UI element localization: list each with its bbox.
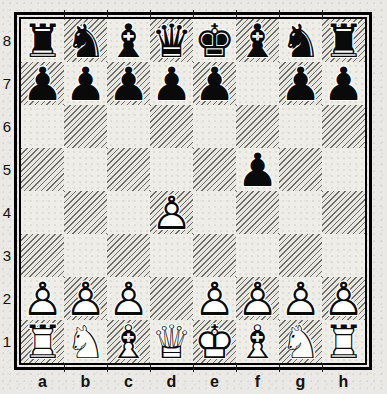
- square-c6: [107, 105, 150, 148]
- square-d3: [150, 234, 193, 277]
- square-e5: [193, 148, 236, 191]
- square-c5: [107, 148, 150, 191]
- square-e3: [193, 234, 236, 277]
- white-pawn: ♟♙: [107, 277, 150, 320]
- square-g4: [279, 191, 322, 234]
- square-f5: ♟♟: [236, 148, 279, 191]
- white-pawn: ♟♙: [236, 277, 279, 320]
- border-tick: [193, 10, 194, 19]
- square-a1: ♜♖: [21, 320, 64, 363]
- piece-glyph: ♛: [150, 19, 193, 62]
- square-d5: [150, 148, 193, 191]
- square-a6: [21, 105, 64, 148]
- piece-glyph: ♙: [64, 277, 107, 320]
- piece-glyph: ♜: [21, 19, 64, 62]
- square-b6: [64, 105, 107, 148]
- black-pawn: ♟♟: [150, 62, 193, 105]
- white-queen: ♛♕: [150, 320, 193, 363]
- square-h8: ♜♜: [322, 19, 365, 62]
- square-b1: ♞♘: [64, 320, 107, 363]
- border-tick: [107, 10, 108, 19]
- file-label-h: h: [322, 371, 365, 393]
- square-e8: ♚♚: [193, 19, 236, 62]
- border-tick: [236, 10, 237, 19]
- square-d1: ♛♕: [150, 320, 193, 363]
- square-g1: ♞♘: [279, 320, 322, 363]
- white-pawn: ♟♙: [21, 277, 64, 320]
- piece-glyph: ♚: [193, 19, 236, 62]
- black-knight: ♞♞: [64, 19, 107, 62]
- black-knight: ♞♞: [279, 19, 322, 62]
- rank-label-5: 5: [0, 148, 14, 191]
- square-g6: [279, 105, 322, 148]
- white-pawn: ♟♙: [64, 277, 107, 320]
- piece-glyph: ♘: [64, 320, 107, 363]
- square-d6: [150, 105, 193, 148]
- square-b4: [64, 191, 107, 234]
- rank-label-8: 8: [0, 19, 14, 62]
- square-a7: ♟♟: [21, 62, 64, 105]
- square-g5: [279, 148, 322, 191]
- white-bishop: ♝♗: [236, 320, 279, 363]
- black-rook: ♜♜: [21, 19, 64, 62]
- black-bishop: ♝♝: [107, 19, 150, 62]
- white-pawn: ♟♙: [193, 277, 236, 320]
- file-label-d: d: [150, 371, 193, 393]
- piece-glyph: ♙: [107, 277, 150, 320]
- piece-glyph: ♘: [279, 320, 322, 363]
- black-pawn: ♟♟: [21, 62, 64, 105]
- piece-glyph: ♕: [150, 320, 193, 363]
- square-g7: ♟♟: [279, 62, 322, 105]
- border-tick: [279, 10, 280, 19]
- piece-glyph: ♖: [322, 320, 365, 363]
- square-c4: [107, 191, 150, 234]
- board-grid: ♜♜♞♞♝♝♛♛♚♚♝♝♞♞♜♜♟♟♟♟♟♟♟♟♟♟♟♟♟♟♟♟♟♙♟♙♟♙♟♙…: [21, 19, 365, 363]
- white-pawn: ♟♙: [279, 277, 322, 320]
- square-c7: ♟♟: [107, 62, 150, 105]
- border-tick: [64, 10, 65, 19]
- chess-board: ♜♜♞♞♝♝♛♛♚♚♝♝♞♞♜♜♟♟♟♟♟♟♟♟♟♟♟♟♟♟♟♟♟♙♟♙♟♙♟♙…: [19, 17, 367, 365]
- rank-label-2: 2: [0, 277, 14, 320]
- file-label-c: c: [107, 371, 150, 393]
- piece-glyph: ♟: [150, 62, 193, 105]
- square-f8: ♝♝: [236, 19, 279, 62]
- file-label-b: b: [64, 371, 107, 393]
- file-label-a: a: [21, 371, 64, 393]
- square-h1: ♜♖: [322, 320, 365, 363]
- white-pawn: ♟♙: [150, 191, 193, 234]
- piece-glyph: ♟: [193, 62, 236, 105]
- square-d7: ♟♟: [150, 62, 193, 105]
- black-pawn: ♟♟: [107, 62, 150, 105]
- square-g2: ♟♙: [279, 277, 322, 320]
- square-a5: [21, 148, 64, 191]
- square-f2: ♟♙: [236, 277, 279, 320]
- square-h3: [322, 234, 365, 277]
- piece-glyph: ♙: [279, 277, 322, 320]
- white-king: ♚♔: [193, 320, 236, 363]
- square-c2: ♟♙: [107, 277, 150, 320]
- white-bishop: ♝♗: [107, 320, 150, 363]
- piece-glyph: ♟: [236, 148, 279, 191]
- square-h4: [322, 191, 365, 234]
- chess-board-frame: ♜♜♞♞♝♝♛♛♚♚♝♝♞♞♜♜♟♟♟♟♟♟♟♟♟♟♟♟♟♟♟♟♟♙♟♙♟♙♟♙…: [14, 12, 372, 370]
- square-e4: [193, 191, 236, 234]
- piece-glyph: ♟: [21, 62, 64, 105]
- square-f6: [236, 105, 279, 148]
- square-h2: ♟♙: [322, 277, 365, 320]
- square-f3: [236, 234, 279, 277]
- square-a4: [21, 191, 64, 234]
- square-a8: ♜♜: [21, 19, 64, 62]
- piece-glyph: ♝: [236, 19, 279, 62]
- square-b5: [64, 148, 107, 191]
- piece-glyph: ♜: [322, 19, 365, 62]
- square-d8: ♛♛: [150, 19, 193, 62]
- white-pawn: ♟♙: [322, 277, 365, 320]
- rank-label-7: 7: [0, 62, 14, 105]
- file-labels: abcdefgh: [21, 371, 365, 393]
- black-rook: ♜♜: [322, 19, 365, 62]
- rank-label-1: 1: [0, 320, 14, 363]
- white-rook: ♜♖: [322, 320, 365, 363]
- border-tick: [150, 10, 151, 19]
- rank-labels: 87654321: [0, 19, 14, 363]
- piece-glyph: ♗: [236, 320, 279, 363]
- square-d2: [150, 277, 193, 320]
- white-knight: ♞♘: [279, 320, 322, 363]
- chess-diagram: 87654321 ♜♜♞♞♝♝♛♛♚♚♝♝♞♞♜♜♟♟♟♟♟♟♟♟♟♟♟♟♟♟♟…: [0, 0, 387, 394]
- piece-glyph: ♟: [107, 62, 150, 105]
- square-h6: [322, 105, 365, 148]
- piece-glyph: ♙: [193, 277, 236, 320]
- black-pawn: ♟♟: [236, 148, 279, 191]
- rank-label-4: 4: [0, 191, 14, 234]
- square-h7: ♟♟: [322, 62, 365, 105]
- file-label-f: f: [236, 371, 279, 393]
- square-b2: ♟♙: [64, 277, 107, 320]
- rank-label-6: 6: [0, 105, 14, 148]
- square-b3: [64, 234, 107, 277]
- square-g3: [279, 234, 322, 277]
- piece-glyph: ♟: [322, 62, 365, 105]
- black-queen: ♛♛: [150, 19, 193, 62]
- piece-glyph: ♟: [279, 62, 322, 105]
- black-king: ♚♚: [193, 19, 236, 62]
- rank-label-3: 3: [0, 234, 14, 277]
- square-c1: ♝♗: [107, 320, 150, 363]
- square-c3: [107, 234, 150, 277]
- square-a3: [21, 234, 64, 277]
- piece-glyph: ♞: [64, 19, 107, 62]
- square-g8: ♞♞: [279, 19, 322, 62]
- square-c8: ♝♝: [107, 19, 150, 62]
- piece-glyph: ♙: [150, 191, 193, 234]
- piece-glyph: ♞: [279, 19, 322, 62]
- square-f1: ♝♗: [236, 320, 279, 363]
- piece-glyph: ♙: [21, 277, 64, 320]
- square-f4: [236, 191, 279, 234]
- file-label-g: g: [279, 371, 322, 393]
- piece-glyph: ♙: [322, 277, 365, 320]
- piece-glyph: ♔: [193, 320, 236, 363]
- square-f7: [236, 62, 279, 105]
- square-h5: [322, 148, 365, 191]
- square-e2: ♟♙: [193, 277, 236, 320]
- black-pawn: ♟♟: [279, 62, 322, 105]
- square-a2: ♟♙: [21, 277, 64, 320]
- square-b8: ♞♞: [64, 19, 107, 62]
- black-bishop: ♝♝: [236, 19, 279, 62]
- piece-glyph: ♗: [107, 320, 150, 363]
- piece-glyph: ♖: [21, 320, 64, 363]
- square-e1: ♚♔: [193, 320, 236, 363]
- square-d4: ♟♙: [150, 191, 193, 234]
- white-rook: ♜♖: [21, 320, 64, 363]
- white-knight: ♞♘: [64, 320, 107, 363]
- black-pawn: ♟♟: [64, 62, 107, 105]
- square-b7: ♟♟: [64, 62, 107, 105]
- black-pawn: ♟♟: [322, 62, 365, 105]
- piece-glyph: ♟: [64, 62, 107, 105]
- piece-glyph: ♝: [107, 19, 150, 62]
- piece-glyph: ♙: [236, 277, 279, 320]
- square-e7: ♟♟: [193, 62, 236, 105]
- file-label-e: e: [193, 371, 236, 393]
- black-pawn: ♟♟: [193, 62, 236, 105]
- square-e6: [193, 105, 236, 148]
- border-tick: [322, 10, 323, 19]
